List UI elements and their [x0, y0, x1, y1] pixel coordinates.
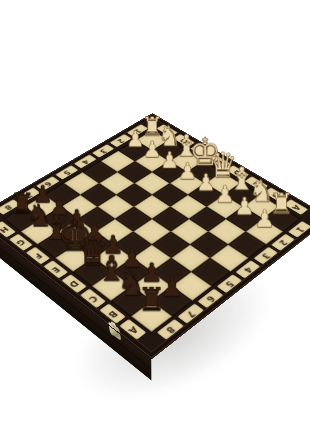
square-a3[interactable] — [228, 231, 266, 257]
square-e5[interactable] — [115, 207, 152, 232]
piece-white-pawn-a2[interactable]: ♟ — [248, 205, 281, 231]
photo-scene: HGFEDCBA HGFEDCBA 12345678 12345678 ♜♞♝♚… — [0, 0, 310, 430]
piece-black-rook-a8[interactable]: ♜ — [133, 282, 169, 316]
rank-label-2: 2 — [271, 234, 295, 251]
